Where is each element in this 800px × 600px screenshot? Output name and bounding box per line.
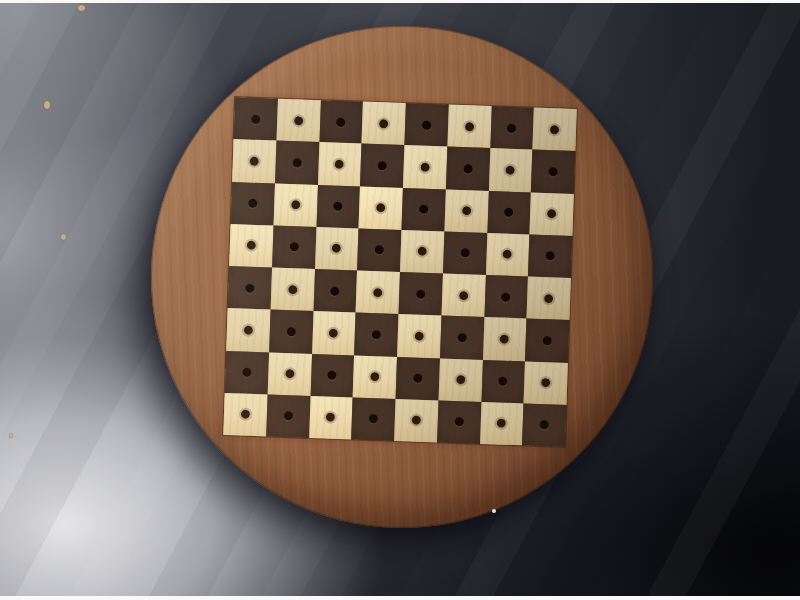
peg-hole	[286, 327, 295, 336]
photo-border-top	[0, 0, 800, 3]
peg-hole	[292, 158, 301, 167]
peg-hole	[369, 414, 378, 423]
peg-hole	[417, 247, 426, 256]
peg-hole	[289, 243, 298, 252]
round-wooden-board	[151, 26, 653, 528]
square-r5c1	[269, 310, 313, 354]
peg-hole	[540, 420, 549, 429]
square-r4c3	[356, 271, 400, 315]
square-r2c7	[530, 192, 574, 236]
square-r3c6	[485, 233, 529, 277]
peg-hole	[456, 375, 465, 384]
square-r3c0	[229, 224, 273, 268]
square-r6c1	[267, 352, 311, 396]
square-r1c5	[446, 147, 490, 191]
peg-hole	[497, 419, 506, 428]
square-r3c5	[443, 231, 487, 275]
square-r3c1	[272, 225, 316, 269]
square-r2c3	[359, 186, 403, 230]
square-r1c0	[232, 139, 276, 183]
square-r0c7	[533, 108, 577, 152]
square-r1c7	[531, 150, 575, 194]
peg-hole	[549, 167, 558, 176]
peg-hole	[288, 285, 297, 294]
peg-hole	[335, 160, 344, 169]
dust-speck	[78, 5, 85, 11]
peg-hole	[326, 413, 335, 422]
peg-hole	[550, 125, 559, 134]
square-r3c3	[357, 228, 401, 272]
peg-hole	[376, 203, 385, 212]
peg-hole	[247, 241, 256, 250]
peg-hole	[422, 120, 431, 129]
square-r4c0	[228, 266, 272, 310]
dust-speck	[9, 433, 13, 438]
square-r5c3	[354, 313, 398, 357]
peg-hole	[283, 411, 292, 420]
peg-hole	[459, 291, 468, 300]
peg-hole	[245, 283, 254, 292]
square-r3c2	[315, 227, 359, 271]
peg-hole	[414, 331, 423, 340]
peg-hole	[333, 202, 342, 211]
square-r5c5	[440, 316, 484, 360]
square-r7c7	[522, 403, 566, 447]
square-r6c5	[438, 358, 482, 402]
peg-hole	[457, 333, 466, 342]
peg-hole	[465, 122, 474, 131]
peg-hole	[460, 248, 469, 257]
square-r7c1	[266, 394, 310, 438]
peg-hole	[413, 374, 422, 383]
peg-hole	[244, 325, 253, 334]
peg-hole	[291, 200, 300, 209]
square-r0c2	[319, 100, 363, 144]
peg-hole	[370, 372, 379, 381]
peg-hole	[285, 369, 294, 378]
square-r2c6	[487, 191, 531, 235]
peg-hole	[544, 294, 553, 303]
square-r1c4	[403, 145, 447, 189]
dust-speck	[61, 234, 66, 240]
peg-hole	[251, 114, 260, 123]
square-r7c0	[223, 393, 267, 437]
square-r4c2	[313, 269, 357, 313]
peg-hole	[332, 244, 341, 253]
peg-hole	[378, 161, 387, 170]
square-r2c5	[444, 189, 488, 233]
square-r2c2	[316, 185, 360, 229]
square-r4c5	[441, 273, 485, 317]
peg-hole	[416, 289, 425, 298]
checkerboard	[223, 97, 577, 447]
square-r2c1	[273, 183, 317, 227]
square-r1c2	[318, 142, 362, 186]
square-r7c6	[480, 402, 524, 446]
peg-hole	[379, 119, 388, 128]
square-r3c4	[400, 230, 444, 274]
peg-hole	[543, 336, 552, 345]
peg-hole	[420, 163, 429, 172]
peg-hole	[462, 206, 471, 215]
square-r2c0	[231, 182, 275, 226]
square-r1c1	[275, 141, 319, 185]
peg-hole	[501, 292, 510, 301]
square-r0c6	[490, 106, 534, 150]
peg-hole	[331, 286, 340, 295]
peg-hole	[454, 417, 463, 426]
peg-hole	[412, 416, 421, 425]
peg-hole	[498, 377, 507, 386]
peg-hole	[336, 117, 345, 126]
peg-hole	[507, 123, 516, 132]
peg-hole	[500, 334, 509, 343]
peg-hole	[294, 116, 303, 125]
dust-speck	[492, 509, 496, 513]
square-r0c4	[404, 103, 448, 147]
peg-hole	[372, 330, 381, 339]
square-r7c4	[394, 399, 438, 443]
square-r0c3	[362, 102, 406, 146]
peg-hole	[329, 328, 338, 337]
square-r5c2	[312, 311, 356, 355]
square-r2c4	[401, 188, 445, 232]
square-r4c1	[270, 268, 314, 312]
peg-hole	[241, 410, 250, 419]
peg-hole	[546, 251, 555, 260]
square-r5c0	[226, 308, 270, 352]
peg-hole	[504, 208, 513, 217]
peg-hole	[506, 166, 515, 175]
square-r0c5	[447, 105, 491, 149]
square-r1c6	[488, 148, 532, 192]
square-r6c2	[310, 353, 354, 397]
square-r0c0	[234, 97, 278, 141]
peg-hole	[547, 209, 556, 218]
peg-hole	[503, 250, 512, 259]
peg-hole	[249, 157, 258, 166]
peg-hole	[463, 164, 472, 173]
square-r3c7	[528, 234, 572, 278]
square-r5c4	[397, 314, 441, 358]
square-r6c3	[353, 355, 397, 399]
square-r4c4	[399, 272, 443, 316]
peg-hole	[375, 245, 384, 254]
square-r6c7	[524, 361, 568, 405]
square-r7c5	[437, 400, 481, 444]
square-r4c7	[527, 276, 571, 320]
square-r6c6	[481, 359, 525, 403]
peg-hole	[419, 205, 428, 214]
square-r7c2	[309, 396, 353, 440]
peg-hole	[541, 378, 550, 387]
square-r1c3	[360, 144, 404, 188]
peg-hole	[373, 288, 382, 297]
dust-speck	[44, 101, 50, 109]
square-r5c6	[482, 317, 526, 361]
photo	[0, 0, 800, 600]
square-r7c3	[351, 397, 395, 441]
square-r6c0	[225, 350, 269, 394]
square-r0c1	[276, 99, 320, 143]
square-r5c7	[525, 319, 569, 363]
peg-hole	[248, 199, 257, 208]
square-r6c4	[396, 356, 440, 400]
peg-hole	[328, 371, 337, 380]
square-r4c6	[484, 275, 528, 319]
photo-border-bottom	[0, 596, 800, 600]
peg-hole	[242, 368, 251, 377]
